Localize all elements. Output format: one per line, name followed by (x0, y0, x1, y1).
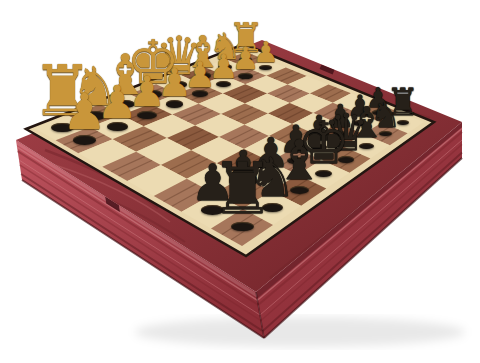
chess-board-case (0, 0, 480, 363)
ground-shadow (135, 317, 465, 347)
egyptian-chess-set-photo: ♜♞♝♛♚♝♞♜♟♟♟♟♟♟♟♟♟♟♟♟♟♟♟♟♜♞♝♛♚♝♞♜ (0, 0, 480, 363)
